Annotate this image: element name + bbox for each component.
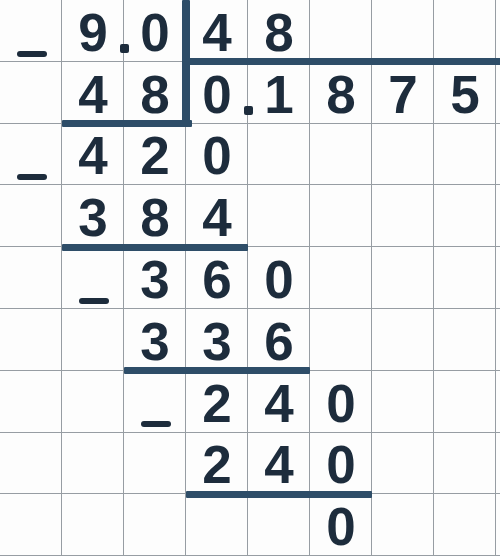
minus-layer [0, 0, 500, 556]
minus-sign [141, 421, 171, 427]
minus-sign [17, 174, 47, 180]
minus-sign [17, 51, 47, 57]
squared-paper-worksheet: 904848018754203843603362402400 [0, 0, 500, 556]
minus-sign [79, 298, 109, 304]
